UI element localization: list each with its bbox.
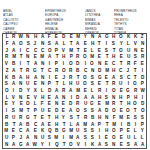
grid-cell[interactable]: P <box>139 81 146 88</box>
grid-cell[interactable]: A <box>132 141 139 148</box>
grid-cell[interactable]: O <box>117 34 124 41</box>
grid-cell[interactable]: K <box>132 34 139 41</box>
grid-cell[interactable]: T <box>117 61 124 68</box>
grid-cell[interactable]: E <box>96 101 103 108</box>
grid-cell[interactable]: U <box>125 47 132 54</box>
grid-cell[interactable]: S <box>89 81 96 88</box>
grid-cell[interactable]: I <box>96 135 103 142</box>
grid-cell[interactable]: E <box>139 61 146 68</box>
grid-cell[interactable]: H <box>89 41 96 48</box>
grid-cell[interactable]: N <box>3 141 10 148</box>
grid-cell[interactable]: N <box>39 41 46 48</box>
grid-cell[interactable]: S <box>46 135 53 142</box>
grid-cell[interactable]: T <box>60 121 67 128</box>
grid-cell[interactable]: I <box>139 68 146 75</box>
grid-cell[interactable]: T <box>103 81 110 88</box>
grid-cell[interactable]: S <box>103 94 110 101</box>
grid-cell[interactable]: U <box>82 101 89 108</box>
grid-cell[interactable]: S <box>117 74 124 81</box>
grid-cell[interactable]: N <box>110 141 117 148</box>
grid-cell[interactable]: Y <box>10 101 17 108</box>
grid-cell[interactable]: A <box>53 94 60 101</box>
grid-cell[interactable]: I <box>46 74 53 81</box>
grid-cell[interactable]: O <box>82 54 89 61</box>
grid-cell[interactable]: T <box>60 141 67 148</box>
grid-cell[interactable]: E <box>53 74 60 81</box>
grid-cell[interactable]: F <box>3 41 10 48</box>
grid-cell[interactable]: S <box>125 141 132 148</box>
grid-cell[interactable]: S <box>3 81 10 88</box>
grid-cell[interactable]: U <box>39 108 46 115</box>
grid-cell[interactable]: X <box>32 88 39 95</box>
grid-cell[interactable]: S <box>10 108 17 115</box>
grid-cell[interactable]: R <box>96 88 103 95</box>
grid-cell[interactable]: E <box>24 94 31 101</box>
grid-cell[interactable]: A <box>53 41 60 48</box>
grid-cell[interactable]: I <box>82 61 89 68</box>
grid-cell[interactable]: H <box>53 121 60 128</box>
grid-cell[interactable]: E <box>60 108 67 115</box>
grid-cell[interactable]: E <box>117 88 124 95</box>
grid-cell[interactable]: D <box>46 88 53 95</box>
grid-cell[interactable]: W <box>17 34 24 41</box>
grid-cell[interactable]: S <box>82 108 89 115</box>
grid-cell[interactable]: C <box>46 68 53 75</box>
grid-cell[interactable]: H <box>110 54 117 61</box>
grid-cell[interactable]: A <box>10 141 17 148</box>
grid-cell[interactable]: A <box>10 47 17 54</box>
grid-cell[interactable]: S <box>139 114 146 121</box>
grid-cell[interactable]: G <box>89 101 96 108</box>
grid-cell[interactable]: Y <box>117 41 124 48</box>
grid-cell[interactable]: M <box>89 54 96 61</box>
grid-cell[interactable]: V <box>132 41 139 48</box>
grid-cell[interactable]: H <box>60 54 67 61</box>
grid-cell[interactable]: T <box>39 68 46 75</box>
grid-cell[interactable]: E <box>39 114 46 121</box>
grid-cell[interactable]: E <box>96 81 103 88</box>
grid-cell[interactable]: J <box>60 74 67 81</box>
grid-cell[interactable]: L <box>32 101 39 108</box>
grid-cell[interactable]: O <box>125 108 132 115</box>
grid-cell[interactable]: T <box>110 47 117 54</box>
grid-cell[interactable]: C <box>32 121 39 128</box>
grid-cell[interactable]: L <box>89 88 96 95</box>
grid-cell[interactable]: N <box>60 94 67 101</box>
grid-cell[interactable]: E <box>103 74 110 81</box>
grid-cell[interactable]: S <box>110 41 117 48</box>
grid-cell[interactable]: E <box>46 101 53 108</box>
grid-cell[interactable]: Z <box>139 34 146 41</box>
grid-cell[interactable]: D <box>53 108 60 115</box>
grid-cell[interactable]: T <box>24 61 31 68</box>
grid-cell[interactable]: E <box>53 34 60 41</box>
grid-cell[interactable]: A <box>24 128 31 135</box>
grid-cell[interactable]: I <box>60 135 67 142</box>
grid-cell[interactable]: M <box>117 114 124 121</box>
grid-cell[interactable]: T <box>132 108 139 115</box>
grid-cell[interactable]: A <box>32 74 39 81</box>
grid-cell[interactable]: E <box>46 108 53 115</box>
grid-cell[interactable]: S <box>89 108 96 115</box>
grid-cell[interactable]: B <box>3 121 10 128</box>
grid-cell[interactable]: V <box>10 94 17 101</box>
grid-cell[interactable]: E <box>32 128 39 135</box>
grid-cell[interactable]: R <box>110 81 117 88</box>
grid-cell[interactable]: N <box>53 101 60 108</box>
grid-cell[interactable]: C <box>32 47 39 54</box>
grid-cell[interactable]: M <box>75 88 82 95</box>
grid-cell[interactable]: D <box>67 101 74 108</box>
grid-cell[interactable]: L <box>3 94 10 101</box>
grid-cell[interactable]: E <box>67 34 74 41</box>
grid-cell[interactable]: G <box>96 74 103 81</box>
grid-cell[interactable]: O <box>24 101 31 108</box>
grid-cell[interactable]: V <box>75 141 82 148</box>
grid-cell[interactable]: A <box>89 94 96 101</box>
grid-cell[interactable]: C <box>82 68 89 75</box>
grid-cell[interactable]: E <box>139 47 146 54</box>
grid-cell[interactable]: B <box>10 74 17 81</box>
grid-cell[interactable]: T <box>53 81 60 88</box>
grid-cell[interactable]: I <box>46 61 53 68</box>
grid-cell[interactable]: R <box>17 114 24 121</box>
grid-cell[interactable]: A <box>46 54 53 61</box>
grid-cell[interactable]: L <box>60 41 67 48</box>
grid-cell[interactable]: I <box>82 141 89 148</box>
grid-cell[interactable]: M <box>39 54 46 61</box>
grid-cell[interactable]: M <box>17 108 24 115</box>
grid-cell[interactable]: Z <box>3 68 10 75</box>
grid-cell[interactable]: W <box>32 141 39 148</box>
grid-cell[interactable]: P <box>67 54 74 61</box>
grid-cell[interactable]: O <box>67 61 74 68</box>
grid-cell[interactable]: K <box>125 34 132 41</box>
grid-cell[interactable]: I <box>132 121 139 128</box>
grid-cell[interactable]: M <box>110 121 117 128</box>
grid-cell[interactable]: N <box>32 135 39 142</box>
grid-cell[interactable]: M <box>82 121 89 128</box>
grid-cell[interactable]: E <box>117 135 124 142</box>
grid-cell[interactable]: O <box>75 108 82 115</box>
grid-cell[interactable]: B <box>10 61 17 68</box>
grid-cell[interactable]: E <box>17 101 24 108</box>
grid-cell[interactable]: T <box>17 68 24 75</box>
grid-cell[interactable]: T <box>96 41 103 48</box>
grid-cell[interactable]: N <box>103 114 110 121</box>
grid-cell[interactable]: E <box>117 54 124 61</box>
grid-cell[interactable]: R <box>3 54 10 61</box>
grid-cell[interactable]: D <box>17 88 24 95</box>
grid-cell[interactable]: U <box>117 81 124 88</box>
grid-cell[interactable]: T <box>46 114 53 121</box>
grid-cell[interactable]: P <box>53 47 60 54</box>
grid-cell[interactable]: M <box>3 128 10 135</box>
grid-cell[interactable]: T <box>24 108 31 115</box>
grid-cell[interactable]: N <box>132 47 139 54</box>
grid-cell[interactable]: K <box>39 128 46 135</box>
grid-cell[interactable]: H <box>125 101 132 108</box>
grid-cell[interactable]: R <box>110 101 117 108</box>
grid-cell[interactable]: M <box>67 47 74 54</box>
grid-cell[interactable]: G <box>60 128 67 135</box>
grid-cell[interactable]: A <box>17 74 24 81</box>
grid-cell[interactable]: V <box>60 47 67 54</box>
grid-cell[interactable]: A <box>82 94 89 101</box>
grid-cell[interactable]: A <box>24 141 31 148</box>
grid-cell[interactable]: F <box>132 61 139 68</box>
grid-cell[interactable]: H <box>117 94 124 101</box>
grid-cell[interactable]: A <box>10 68 17 75</box>
grid-cell[interactable]: T <box>103 121 110 128</box>
grid-cell[interactable]: A <box>17 121 24 128</box>
grid-cell[interactable]: A <box>75 135 82 142</box>
grid-cell[interactable]: V <box>32 94 39 101</box>
grid-cell[interactable]: S <box>89 135 96 142</box>
grid-cell[interactable]: A <box>96 141 103 148</box>
grid-cell[interactable]: E <box>82 88 89 95</box>
grid-cell[interactable]: P <box>46 81 53 88</box>
grid-cell[interactable]: A <box>96 108 103 115</box>
grid-cell[interactable]: S <box>132 114 139 121</box>
grid-cell[interactable]: E <box>60 101 67 108</box>
grid-cell[interactable]: E <box>103 135 110 142</box>
grid-cell[interactable]: F <box>110 114 117 121</box>
grid-cell[interactable]: S <box>103 47 110 54</box>
grid-cell[interactable]: Y <box>139 128 146 135</box>
grid-cell[interactable]: T <box>75 74 82 81</box>
grid-cell[interactable]: G <box>17 141 24 148</box>
grid-cell[interactable]: G <box>32 68 39 75</box>
grid-cell[interactable]: I <box>17 61 24 68</box>
grid-cell[interactable]: K <box>3 74 10 81</box>
grid-cell[interactable]: T <box>67 41 74 48</box>
grid-cell[interactable]: B <box>75 68 82 75</box>
grid-cell[interactable]: P <box>10 135 17 142</box>
grid-cell[interactable]: S <box>132 54 139 61</box>
grid-cell[interactable]: U <box>75 128 82 135</box>
grid-cell[interactable]: S <box>46 41 53 48</box>
grid-cell[interactable]: D <box>60 34 67 41</box>
grid-cell[interactable]: H <box>96 94 103 101</box>
grid-cell[interactable]: H <box>67 81 74 88</box>
grid-cell[interactable]: R <box>53 68 60 75</box>
grid-cell[interactable]: L <box>132 135 139 142</box>
grid-cell[interactable]: E <box>82 47 89 54</box>
grid-cell[interactable]: O <box>132 101 139 108</box>
grid-cell[interactable]: O <box>139 108 146 115</box>
grid-cell[interactable]: R <box>75 54 82 61</box>
grid-cell[interactable]: A <box>39 34 46 41</box>
grid-cell[interactable]: O <box>67 141 74 148</box>
grid-cell[interactable]: B <box>24 121 31 128</box>
grid-cell[interactable]: I <box>103 41 110 48</box>
grid-cell[interactable]: C <box>110 61 117 68</box>
grid-cell[interactable]: A <box>67 108 74 115</box>
grid-cell[interactable]: N <box>24 54 31 61</box>
grid-cell[interactable]: A <box>32 61 39 68</box>
grid-cell[interactable]: L <box>125 41 132 48</box>
grid-cell[interactable]: J <box>17 135 24 142</box>
grid-cell[interactable]: A <box>39 121 46 128</box>
grid-cell[interactable]: A <box>75 121 82 128</box>
grid-cell[interactable]: J <box>125 68 132 75</box>
grid-cell[interactable]: H <box>110 68 117 75</box>
grid-cell[interactable]: U <box>24 81 31 88</box>
grid-cell[interactable]: N <box>89 34 96 41</box>
grid-cell[interactable]: E <box>117 108 124 115</box>
grid-cell[interactable]: A <box>10 41 17 48</box>
grid-cell[interactable]: S <box>89 128 96 135</box>
grid-cell[interactable]: E <box>96 54 103 61</box>
grid-cell[interactable]: H <box>96 114 103 121</box>
grid-cell[interactable]: R <box>67 68 74 75</box>
grid-cell[interactable]: M <box>103 101 110 108</box>
grid-cell[interactable]: B <box>125 121 132 128</box>
grid-cell[interactable]: A <box>89 121 96 128</box>
grid-cell[interactable]: F <box>39 101 46 108</box>
grid-cell[interactable]: U <box>125 54 132 61</box>
grid-cell[interactable]: L <box>139 135 146 142</box>
grid-cell[interactable]: A <box>67 88 74 95</box>
grid-cell[interactable]: A <box>10 81 17 88</box>
grid-cell[interactable]: Q <box>46 128 53 135</box>
grid-cell[interactable]: A <box>96 34 103 41</box>
grid-cell[interactable]: E <box>125 114 132 121</box>
grid-cell[interactable]: U <box>3 135 10 142</box>
grid-cell[interactable]: M <box>10 54 17 61</box>
grid-cell[interactable]: O <box>46 47 53 54</box>
grid-cell[interactable]: R <box>75 101 82 108</box>
grid-cell[interactable]: S <box>89 74 96 81</box>
grid-cell[interactable]: H <box>132 94 139 101</box>
grid-cell[interactable]: O <box>117 47 124 54</box>
grid-cell[interactable]: O <box>110 135 117 142</box>
grid-cell[interactable]: M <box>53 135 60 142</box>
grid-cell[interactable]: K <box>89 141 96 148</box>
grid-cell[interactable]: R <box>82 114 89 121</box>
grid-cell[interactable]: U <box>125 135 132 142</box>
grid-cell[interactable]: H <box>103 128 110 135</box>
grid-cell[interactable]: E <box>82 41 89 48</box>
grid-cell[interactable]: B <box>53 128 60 135</box>
grid-cell[interactable]: U <box>75 81 82 88</box>
grid-cell[interactable]: H <box>32 34 39 41</box>
grid-cell[interactable]: E <box>10 128 17 135</box>
grid-cell[interactable]: P <box>125 94 132 101</box>
grid-cell[interactable]: D <box>139 101 146 108</box>
grid-cell[interactable]: L <box>3 34 10 41</box>
grid-cell[interactable]: O <box>110 108 117 115</box>
grid-cell[interactable]: N <box>24 34 31 41</box>
grid-cell[interactable]: I <box>96 128 103 135</box>
grid-cell[interactable]: E <box>103 61 110 68</box>
grid-cell[interactable]: Q <box>53 141 60 148</box>
grid-cell[interactable]: T <box>132 68 139 75</box>
grid-cell[interactable]: I <box>67 94 74 101</box>
grid-cell[interactable]: O <box>89 61 96 68</box>
grid-cell[interactable]: E <box>32 54 39 61</box>
grid-cell[interactable]: C <box>17 128 24 135</box>
grid-cell[interactable]: I <box>60 61 67 68</box>
grid-cell[interactable]: I <box>139 94 146 101</box>
grid-cell[interactable]: R <box>3 114 10 121</box>
grid-cell[interactable]: S <box>82 128 89 135</box>
grid-cell[interactable]: B <box>89 114 96 121</box>
grid-cell[interactable]: G <box>103 34 110 41</box>
grid-cell[interactable]: W <box>139 88 146 95</box>
grid-cell[interactable]: I <box>17 47 24 54</box>
grid-cell[interactable]: O <box>82 81 89 88</box>
grid-cell[interactable]: Y <box>82 34 89 41</box>
grid-cell[interactable]: N <box>17 81 24 88</box>
grid-cell[interactable]: N <box>89 68 96 75</box>
grid-cell[interactable]: S <box>67 114 74 121</box>
grid-cell[interactable]: H <box>110 34 117 41</box>
grid-cell[interactable]: R <box>67 74 74 81</box>
grid-cell[interactable]: U <box>39 135 46 142</box>
grid-cell[interactable]: P <box>96 121 103 128</box>
grid-cell[interactable]: Y <box>60 114 67 121</box>
grid-cell[interactable]: I <box>10 88 17 95</box>
grid-cell[interactable]: T <box>75 47 82 54</box>
grid-cell[interactable]: J <box>32 41 39 48</box>
grid-cell[interactable]: H <box>53 114 60 121</box>
grid-cell[interactable]: R <box>24 68 31 75</box>
grid-cell[interactable]: U <box>10 114 17 121</box>
grid-cell[interactable]: I <box>125 81 132 88</box>
grid-cell[interactable]: D <box>75 94 82 101</box>
grid-cell[interactable]: S <box>24 41 31 48</box>
grid-cell[interactable]: T <box>103 54 110 61</box>
grid-cell[interactable]: I <box>117 121 124 128</box>
grid-cell[interactable]: A <box>139 141 146 148</box>
grid-cell[interactable]: M <box>75 34 82 41</box>
grid-cell[interactable]: P <box>53 61 60 68</box>
grid-cell[interactable]: N <box>96 61 103 68</box>
grid-cell[interactable]: O <box>60 68 67 75</box>
grid-cell[interactable]: E <box>125 128 132 135</box>
grid-cell[interactable]: N <box>39 61 46 68</box>
grid-cell[interactable]: T <box>32 114 39 121</box>
grid-cell[interactable]: S <box>82 135 89 142</box>
grid-cell[interactable]: L <box>60 81 67 88</box>
grid-cell[interactable]: C <box>39 47 46 54</box>
grid-cell[interactable]: L <box>39 88 46 95</box>
grid-cell[interactable]: D <box>103 108 110 115</box>
grid-cell[interactable]: M <box>67 128 74 135</box>
grid-cell[interactable]: O <box>110 88 117 95</box>
grid-cell[interactable]: A <box>24 135 31 142</box>
grid-cell[interactable]: I <box>3 108 10 115</box>
grid-cell[interactable]: G <box>125 88 132 95</box>
grid-cell[interactable]: A <box>110 74 117 81</box>
grid-cell[interactable]: C <box>117 68 124 75</box>
grid-cell[interactable]: V <box>3 61 10 68</box>
grid-cell[interactable]: D <box>75 61 82 68</box>
grid-cell[interactable]: P <box>117 128 124 135</box>
grid-cell[interactable]: E <box>46 121 53 128</box>
grid-cell[interactable]: T <box>75 114 82 121</box>
grid-cell[interactable]: Y <box>39 141 46 148</box>
grid-cell[interactable]: H <box>24 74 31 81</box>
grid-cell[interactable]: Y <box>24 88 31 95</box>
grid-cell[interactable]: I <box>46 141 53 148</box>
grid-cell[interactable]: T <box>117 101 124 108</box>
grid-cell[interactable]: C <box>125 74 132 81</box>
grid-cell[interactable]: M <box>103 68 110 75</box>
grid-cell[interactable]: O <box>17 41 24 48</box>
